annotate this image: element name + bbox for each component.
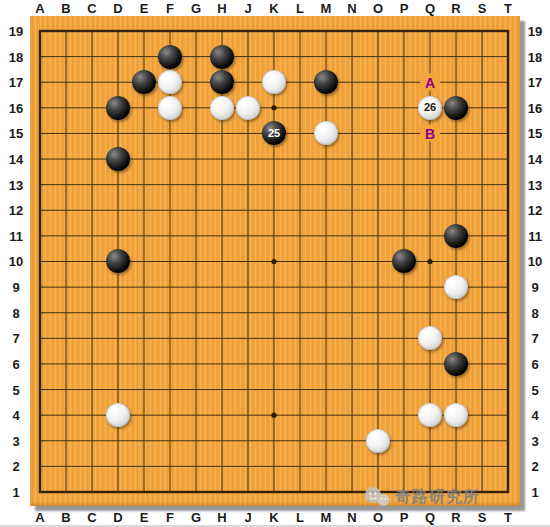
stone-black-H18 xyxy=(210,45,234,69)
move-number-26: 26 xyxy=(424,102,436,113)
stone-white-F16 xyxy=(158,96,182,120)
stone-white-R4 xyxy=(444,403,468,427)
coord-left-18: 18 xyxy=(9,49,23,64)
coord-top-B: B xyxy=(61,1,70,16)
coord-left-12: 12 xyxy=(9,203,23,218)
coord-left-2: 2 xyxy=(12,459,19,474)
coord-left-6: 6 xyxy=(12,356,19,371)
watermark: 奇路研究所 xyxy=(364,485,480,509)
coord-bottom-E: E xyxy=(140,510,149,525)
letter-annotation-B-Q15: B xyxy=(420,125,440,142)
coord-top-E: E xyxy=(140,1,149,16)
coord-right-1: 1 xyxy=(531,484,538,499)
coord-bottom-F: F xyxy=(166,510,174,525)
coord-left-4: 4 xyxy=(12,408,19,423)
coord-bottom-M: M xyxy=(321,510,332,525)
stone-black-R16 xyxy=(444,96,468,120)
coord-top-A: A xyxy=(35,1,44,16)
coord-bottom-G: G xyxy=(191,510,201,525)
letter-annotation-A-Q17: A xyxy=(420,74,440,91)
coord-right-14: 14 xyxy=(528,152,542,167)
coord-right-16: 16 xyxy=(528,100,542,115)
coord-right-10: 10 xyxy=(528,254,542,269)
coord-right-11: 11 xyxy=(528,228,542,243)
coord-right-8: 8 xyxy=(531,305,538,320)
coord-bottom-C: C xyxy=(87,510,96,525)
coord-right-18: 18 xyxy=(528,49,542,64)
stone-black-K15: 25 xyxy=(262,121,286,145)
coord-top-N: N xyxy=(347,1,356,16)
coord-right-9: 9 xyxy=(531,280,538,295)
go-board-diagram: ABCDEFGHJKLMNOPQRST ABCDEFGHJKLMNOPQRST … xyxy=(0,0,550,527)
coord-left-9: 9 xyxy=(12,280,19,295)
stone-white-H16 xyxy=(210,96,234,120)
coord-bottom-N: N xyxy=(347,510,356,525)
coord-bottom-S: S xyxy=(478,510,487,525)
stone-white-M15 xyxy=(314,121,338,145)
stone-white-Q16: 26 xyxy=(418,96,442,120)
coord-bottom-B: B xyxy=(61,510,70,525)
stone-black-P10 xyxy=(392,249,416,273)
coord-left-16: 16 xyxy=(9,100,23,115)
coord-top-T: T xyxy=(504,1,512,16)
stone-white-Q4 xyxy=(418,403,442,427)
coord-top-S: S xyxy=(478,1,487,16)
coord-bottom-J: J xyxy=(244,510,251,525)
coord-top-M: M xyxy=(321,1,332,16)
coord-right-15: 15 xyxy=(528,126,542,141)
stone-white-D4 xyxy=(106,403,130,427)
coord-left-1: 1 xyxy=(12,484,19,499)
coord-top-G: G xyxy=(191,1,201,16)
stone-white-O3 xyxy=(366,429,390,453)
coord-bottom-H: H xyxy=(217,510,226,525)
coord-top-J: J xyxy=(244,1,251,16)
coord-bottom-A: A xyxy=(35,510,44,525)
stone-white-Q7 xyxy=(418,326,442,350)
coord-top-D: D xyxy=(113,1,122,16)
stone-white-J16 xyxy=(236,96,260,120)
coord-bottom-K: K xyxy=(269,510,278,525)
coord-top-O: O xyxy=(373,1,383,16)
coord-bottom-D: D xyxy=(113,510,122,525)
stone-black-D16 xyxy=(106,96,130,120)
coord-left-11: 11 xyxy=(9,228,23,243)
coord-bottom-L: L xyxy=(296,510,304,525)
stone-black-R6 xyxy=(444,352,468,376)
stone-black-F18 xyxy=(158,45,182,69)
stone-black-R11 xyxy=(444,224,468,248)
coord-left-14: 14 xyxy=(9,152,23,167)
coord-top-C: C xyxy=(87,1,96,16)
coord-bottom-O: O xyxy=(373,510,383,525)
coord-right-6: 6 xyxy=(531,356,538,371)
coord-left-19: 19 xyxy=(9,24,23,39)
stone-white-R9 xyxy=(444,275,468,299)
move-number-25: 25 xyxy=(268,128,280,139)
coord-bottom-T: T xyxy=(504,510,512,525)
coord-top-R: R xyxy=(451,1,460,16)
coord-left-17: 17 xyxy=(9,75,23,90)
coord-right-12: 12 xyxy=(528,203,542,218)
coord-left-15: 15 xyxy=(9,126,23,141)
stone-black-H17 xyxy=(210,70,234,94)
coord-left-7: 7 xyxy=(12,331,19,346)
coord-right-3: 3 xyxy=(531,433,538,448)
stone-white-F17 xyxy=(158,70,182,94)
wechat-chat-bubbles-icon xyxy=(364,486,391,508)
coord-right-17: 17 xyxy=(528,75,542,90)
stone-white-K17 xyxy=(262,70,286,94)
coord-right-19: 19 xyxy=(528,24,542,39)
stone-black-D10 xyxy=(106,249,130,273)
coord-top-F: F xyxy=(166,1,174,16)
stone-black-M17 xyxy=(314,70,338,94)
coord-left-10: 10 xyxy=(9,254,23,269)
coord-right-13: 13 xyxy=(528,177,542,192)
stone-black-E17 xyxy=(132,70,156,94)
coord-left-8: 8 xyxy=(12,305,19,320)
watermark-text: 奇路研究所 xyxy=(395,487,480,508)
coord-top-P: P xyxy=(400,1,409,16)
coord-top-K: K xyxy=(269,1,278,16)
coord-right-7: 7 xyxy=(531,331,538,346)
coord-right-2: 2 xyxy=(531,459,538,474)
coord-bottom-P: P xyxy=(400,510,409,525)
coord-right-4: 4 xyxy=(531,408,538,423)
coord-right-5: 5 xyxy=(531,382,538,397)
coord-top-Q: Q xyxy=(425,1,435,16)
coord-left-13: 13 xyxy=(9,177,23,192)
coord-bottom-R: R xyxy=(451,510,460,525)
coord-left-5: 5 xyxy=(12,382,19,397)
coord-left-3: 3 xyxy=(12,433,19,448)
coord-top-L: L xyxy=(296,1,304,16)
coord-bottom-Q: Q xyxy=(425,510,435,525)
coord-top-H: H xyxy=(217,1,226,16)
stone-black-D14 xyxy=(106,147,130,171)
